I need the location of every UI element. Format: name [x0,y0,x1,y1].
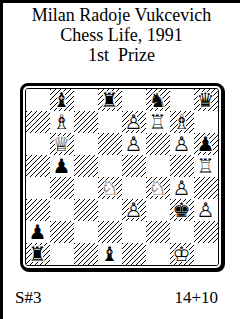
square-d6 [98,133,122,155]
square-c6 [74,133,98,155]
square-e2 [122,221,146,243]
piece-outline-layer: ♙ [173,177,191,199]
piece-glyph: ♜ [101,89,119,111]
piece-outline-layer: ♙ [197,199,215,221]
piece-outline-layer: ♘ [149,177,167,199]
square-g6: ♟♙ [170,133,194,155]
piece-outline-layer: ♗ [53,111,71,133]
square-g4: ♟♙ [170,177,194,199]
piece-white-pawn: ♟♙ [170,133,194,155]
piece-black-pawn: ♟ [26,221,50,243]
square-g3: ♚ [170,199,194,221]
piece-glyph: ♜ [29,243,47,265]
square-d3 [98,199,122,221]
award-line: 1st Prize [3,45,240,65]
piece-glyph: ♝ [53,89,71,111]
title-block: Milan Radoje Vukcevich Chess Life, 1991 … [3,3,240,65]
square-h6: ♟ [194,133,218,155]
square-b7: ♝♗ [50,111,74,133]
square-a1: ♜ [26,243,50,265]
square-e5 [122,155,146,177]
square-h5: ♜♖ [194,155,218,177]
square-a3 [26,199,50,221]
square-a6 [26,133,50,155]
chessboard-grid: ♝♜♞♛♝♗♟♙♜♖♝♗♛♕♟♙♟♙♟♟♜♖♞♘♞♘♟♙♟♙♚♟♙♟♜♝♚♔ [26,89,218,265]
square-e4 [122,177,146,199]
square-c4 [74,177,98,199]
square-b1 [50,243,74,265]
piece-outline-layer: ♖ [149,111,167,133]
piece-black-bishop: ♝ [50,89,74,111]
source-line: Chess Life, 1991 [3,25,240,45]
piece-outline-layer: ♖ [197,155,215,177]
piece-white-pawn: ♟♙ [122,199,146,221]
piece-white-bishop: ♝♗ [50,111,74,133]
piece-white-knight: ♞♘ [146,177,170,199]
piece-white-queen: ♛♕ [50,133,74,155]
square-g8 [170,89,194,111]
square-e6: ♟♙ [122,133,146,155]
piece-glyph: ♞ [149,89,167,111]
piece-white-knight: ♞♘ [98,177,122,199]
square-c1 [74,243,98,265]
square-f5 [146,155,170,177]
composer-name: Milan Radoje Vukcevich [3,5,240,25]
piece-black-knight: ♞ [146,89,170,111]
square-b2 [50,221,74,243]
piece-glyph: ♟ [29,221,47,243]
square-d5 [98,155,122,177]
piece-outline-layer: ♙ [125,111,143,133]
piece-outline-layer: ♗ [173,111,191,133]
caption-row: S#3 14+10 [3,271,240,308]
piece-glyph: ♚ [173,199,191,221]
piece-glyph: ♛ [197,89,215,111]
piece-white-pawn: ♟♙ [122,133,146,155]
square-h4 [194,177,218,199]
piece-white-pawn: ♟♙ [194,199,218,221]
piece-black-pawn: ♟ [50,155,74,177]
piece-black-queen: ♛ [194,89,218,111]
square-a7 [26,111,50,133]
square-d4: ♞♘ [98,177,122,199]
piece-outline-layer: ♙ [125,199,143,221]
stipulation-label: S#3 [15,288,41,308]
square-g5 [170,155,194,177]
square-h3: ♟♙ [194,199,218,221]
square-c3 [74,199,98,221]
piece-white-rook: ♜♖ [194,155,218,177]
square-e8 [122,89,146,111]
square-d7 [98,111,122,133]
problem-diagram-page: Milan Radoje Vukcevich Chess Life, 1991 … [0,0,240,319]
square-e1 [122,243,146,265]
square-e3: ♟♙ [122,199,146,221]
square-a8 [26,89,50,111]
piece-white-king: ♚♔ [170,243,194,265]
square-d2 [98,221,122,243]
piece-outline-layer: ♔ [173,243,191,265]
piece-glyph: ♟ [197,133,215,155]
square-f4: ♞♘ [146,177,170,199]
piece-white-bishop: ♝♗ [170,111,194,133]
material-count-label: 14+10 [174,288,218,308]
square-g7: ♝♗ [170,111,194,133]
square-a2: ♟ [26,221,50,243]
piece-black-bishop: ♝ [98,243,122,265]
piece-outline-layer: ♙ [173,133,191,155]
square-b6: ♛♕ [50,133,74,155]
piece-outline-layer: ♙ [125,133,143,155]
square-c7 [74,111,98,133]
chessboard: ♝♜♞♛♝♗♟♙♜♖♝♗♛♕♟♙♟♙♟♟♜♖♞♘♞♘♟♙♟♙♚♟♙♟♜♝♚♔ [20,83,224,271]
square-d1: ♝ [98,243,122,265]
square-a4 [26,177,50,199]
square-b5: ♟ [50,155,74,177]
square-f2 [146,221,170,243]
piece-black-rook: ♜ [98,89,122,111]
square-h7 [194,111,218,133]
piece-black-pawn: ♟ [194,133,218,155]
square-f3 [146,199,170,221]
square-e7: ♟♙ [122,111,146,133]
piece-glyph: ♝ [101,243,119,265]
square-f6 [146,133,170,155]
piece-black-king: ♚ [170,199,194,221]
chessboard-inner-border: ♝♜♞♛♝♗♟♙♜♖♝♗♛♕♟♙♟♙♟♟♜♖♞♘♞♘♟♙♟♙♚♟♙♟♜♝♚♔ [25,88,219,266]
square-g2 [170,221,194,243]
square-g1: ♚♔ [170,243,194,265]
square-d8: ♜ [98,89,122,111]
piece-glyph: ♟ [53,155,71,177]
square-c8 [74,89,98,111]
piece-black-rook: ♜ [26,243,50,265]
square-f7: ♜♖ [146,111,170,133]
piece-white-pawn: ♟♙ [170,177,194,199]
piece-white-pawn: ♟♙ [122,111,146,133]
square-b3 [50,199,74,221]
square-h1 [194,243,218,265]
square-h2 [194,221,218,243]
square-f8: ♞ [146,89,170,111]
piece-outline-layer: ♘ [101,177,119,199]
square-b4 [50,177,74,199]
square-f1 [146,243,170,265]
piece-white-rook: ♜♖ [146,111,170,133]
square-b8: ♝ [50,89,74,111]
square-h8: ♛ [194,89,218,111]
piece-outline-layer: ♕ [53,133,71,155]
square-a5 [26,155,50,177]
square-c5 [74,155,98,177]
square-c2 [74,221,98,243]
